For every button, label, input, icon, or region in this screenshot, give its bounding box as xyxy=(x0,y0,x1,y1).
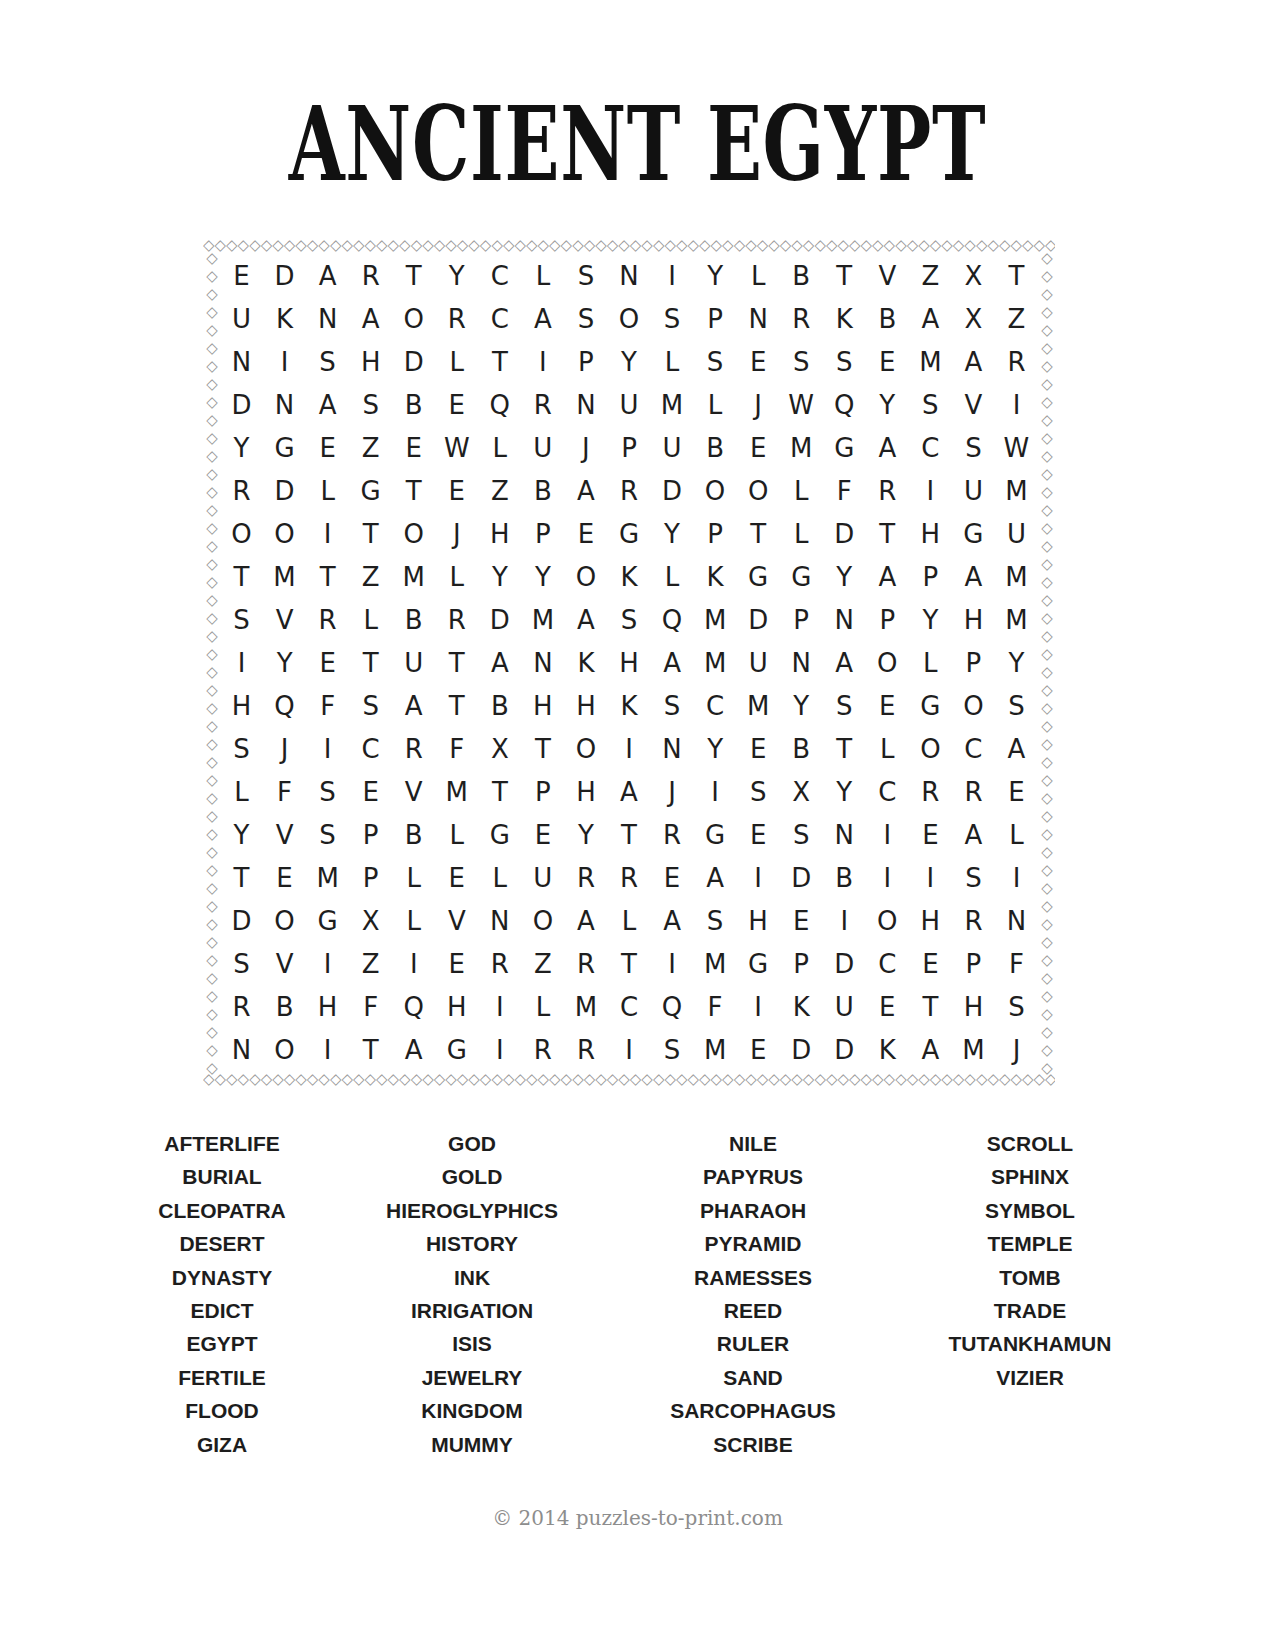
grid-cell[interactable]: Z xyxy=(995,297,1038,340)
grid-cell[interactable]: M xyxy=(737,684,780,727)
grid-cell[interactable]: S xyxy=(694,340,737,383)
grid-cell[interactable]: L xyxy=(995,813,1038,856)
grid-cell[interactable]: D xyxy=(823,1028,866,1071)
grid-cell[interactable]: S xyxy=(220,942,263,985)
grid-cell[interactable]: R xyxy=(478,942,521,985)
grid-cell[interactable]: S xyxy=(349,684,392,727)
grid-cell[interactable]: A xyxy=(607,770,650,813)
grid-cell[interactable]: X xyxy=(349,899,392,942)
grid-cell[interactable]: N xyxy=(478,899,521,942)
grid-cell[interactable]: X xyxy=(952,254,995,297)
grid-cell[interactable]: E xyxy=(737,813,780,856)
grid-cell[interactable]: A xyxy=(909,297,952,340)
grid-cell[interactable]: L xyxy=(909,641,952,684)
grid-cell[interactable]: A xyxy=(952,340,995,383)
grid-cell[interactable]: U xyxy=(823,985,866,1028)
grid-cell[interactable]: I xyxy=(263,340,306,383)
grid-cell[interactable]: R xyxy=(909,770,952,813)
grid-cell[interactable]: S xyxy=(220,598,263,641)
grid-cell[interactable]: S xyxy=(823,340,866,383)
grid-cell[interactable]: M xyxy=(694,942,737,985)
grid-cell[interactable]: V xyxy=(263,942,306,985)
grid-cell[interactable]: A xyxy=(866,426,909,469)
grid-cell[interactable]: S xyxy=(306,340,349,383)
grid-cell[interactable]: M xyxy=(909,340,952,383)
grid-cell[interactable]: G xyxy=(694,813,737,856)
grid-cell[interactable]: A xyxy=(952,813,995,856)
grid-cell[interactable]: S xyxy=(306,813,349,856)
grid-cell[interactable]: C xyxy=(694,684,737,727)
grid-cell[interactable]: L xyxy=(780,469,823,512)
grid-cell[interactable]: M xyxy=(651,383,694,426)
grid-cell[interactable]: F xyxy=(349,985,392,1028)
grid-cell[interactable]: O xyxy=(564,727,607,770)
grid-cell[interactable]: R xyxy=(306,598,349,641)
grid-cell[interactable]: T xyxy=(823,254,866,297)
grid-cell[interactable]: J xyxy=(263,727,306,770)
grid-cell[interactable]: X xyxy=(780,770,823,813)
grid-cell[interactable]: S xyxy=(737,770,780,813)
grid-cell[interactable]: N xyxy=(651,727,694,770)
grid-cell[interactable]: N xyxy=(306,297,349,340)
grid-cell[interactable]: Z xyxy=(909,254,952,297)
grid-cell[interactable]: D xyxy=(392,340,435,383)
grid-cell[interactable]: D xyxy=(651,469,694,512)
grid-cell[interactable]: I xyxy=(694,770,737,813)
grid-cell[interactable]: A xyxy=(651,641,694,684)
grid-cell[interactable]: G xyxy=(478,813,521,856)
grid-cell[interactable]: G xyxy=(607,512,650,555)
grid-cell[interactable]: T xyxy=(220,856,263,899)
grid-cell[interactable]: X xyxy=(952,297,995,340)
grid-cell[interactable]: D xyxy=(780,856,823,899)
grid-cell[interactable]: M xyxy=(694,1028,737,1071)
grid-cell[interactable]: D xyxy=(263,254,306,297)
grid-cell[interactable]: I xyxy=(306,1028,349,1071)
grid-cell[interactable]: I xyxy=(478,1028,521,1071)
grid-cell[interactable]: Y xyxy=(521,555,564,598)
grid-cell[interactable]: V xyxy=(392,770,435,813)
grid-cell[interactable]: R xyxy=(220,469,263,512)
grid-cell[interactable]: M xyxy=(995,555,1038,598)
grid-cell[interactable]: K xyxy=(263,297,306,340)
grid-cell[interactable]: J xyxy=(435,512,478,555)
grid-cell[interactable]: P xyxy=(694,512,737,555)
grid-cell[interactable]: O xyxy=(392,512,435,555)
grid-cell[interactable]: E xyxy=(737,426,780,469)
grid-cell[interactable]: Y xyxy=(564,813,607,856)
grid-cell[interactable]: R xyxy=(435,297,478,340)
grid-cell[interactable]: T xyxy=(866,512,909,555)
grid-cell[interactable]: Q xyxy=(651,985,694,1028)
grid-cell[interactable]: I xyxy=(995,856,1038,899)
grid-cell[interactable]: U xyxy=(521,426,564,469)
grid-cell[interactable]: S xyxy=(651,684,694,727)
grid-cell[interactable]: R xyxy=(435,598,478,641)
grid-cell[interactable]: G xyxy=(435,1028,478,1071)
grid-cell[interactable]: B xyxy=(392,383,435,426)
grid-cell[interactable]: P xyxy=(607,426,650,469)
grid-cell[interactable]: R xyxy=(651,813,694,856)
grid-cell[interactable]: G xyxy=(823,426,866,469)
grid-cell[interactable]: O xyxy=(909,727,952,770)
grid-cell[interactable]: H xyxy=(909,899,952,942)
grid-cell[interactable]: R xyxy=(607,469,650,512)
grid-cell[interactable]: P xyxy=(564,340,607,383)
grid-cell[interactable]: S xyxy=(306,770,349,813)
grid-cell[interactable]: R xyxy=(349,254,392,297)
grid-cell[interactable]: S xyxy=(823,684,866,727)
grid-cell[interactable]: E xyxy=(866,340,909,383)
grid-cell[interactable]: L xyxy=(435,813,478,856)
grid-cell[interactable]: H xyxy=(435,985,478,1028)
grid-cell[interactable]: F xyxy=(263,770,306,813)
grid-cell[interactable]: E xyxy=(780,899,823,942)
grid-cell[interactable]: R xyxy=(392,727,435,770)
grid-cell[interactable]: R xyxy=(564,1028,607,1071)
grid-cell[interactable]: G xyxy=(909,684,952,727)
grid-cell[interactable]: E xyxy=(392,426,435,469)
grid-cell[interactable]: N xyxy=(823,813,866,856)
grid-cell[interactable]: S xyxy=(607,598,650,641)
grid-cell[interactable]: A xyxy=(392,684,435,727)
grid-cell[interactable]: A xyxy=(306,383,349,426)
grid-cell[interactable]: I xyxy=(306,942,349,985)
grid-cell[interactable]: S xyxy=(995,985,1038,1028)
grid-cell[interactable]: G xyxy=(263,426,306,469)
grid-cell[interactable]: U xyxy=(651,426,694,469)
grid-cell[interactable]: R xyxy=(220,985,263,1028)
grid-cell[interactable]: L xyxy=(478,426,521,469)
grid-cell[interactable]: E xyxy=(909,813,952,856)
grid-cell[interactable]: P xyxy=(952,641,995,684)
grid-cell[interactable]: S xyxy=(952,856,995,899)
grid-cell[interactable]: I xyxy=(478,985,521,1028)
grid-cell[interactable]: A xyxy=(349,297,392,340)
grid-cell[interactable]: R xyxy=(564,942,607,985)
grid-cell[interactable]: Y xyxy=(780,684,823,727)
grid-cell[interactable]: F xyxy=(995,942,1038,985)
grid-cell[interactable]: O xyxy=(694,469,737,512)
grid-cell[interactable]: L xyxy=(607,899,650,942)
grid-cell[interactable]: T xyxy=(607,942,650,985)
grid-cell[interactable]: P xyxy=(780,598,823,641)
grid-cell[interactable]: T xyxy=(737,512,780,555)
grid-cell[interactable]: I xyxy=(651,254,694,297)
grid-cell[interactable]: N xyxy=(995,899,1038,942)
grid-cell[interactable]: I xyxy=(737,856,780,899)
grid-cell[interactable]: L xyxy=(737,254,780,297)
grid-cell[interactable]: X xyxy=(478,727,521,770)
grid-cell[interactable]: U xyxy=(392,641,435,684)
grid-cell[interactable]: N xyxy=(220,1028,263,1071)
grid-cell[interactable]: A xyxy=(694,856,737,899)
grid-cell[interactable]: I xyxy=(823,899,866,942)
grid-cell[interactable]: P xyxy=(349,856,392,899)
grid-cell[interactable]: D xyxy=(823,942,866,985)
grid-cell[interactable]: Y xyxy=(220,426,263,469)
grid-cell[interactable]: O xyxy=(866,641,909,684)
grid-cell[interactable]: E xyxy=(306,641,349,684)
grid-cell[interactable]: H xyxy=(478,512,521,555)
grid-cell[interactable]: D xyxy=(263,469,306,512)
grid-cell[interactable]: O xyxy=(564,555,607,598)
grid-cell[interactable]: F xyxy=(435,727,478,770)
grid-cell[interactable]: R xyxy=(995,340,1038,383)
grid-cell[interactable]: U xyxy=(607,383,650,426)
grid-cell[interactable]: O xyxy=(607,297,650,340)
grid-cell[interactable]: A xyxy=(952,555,995,598)
grid-cell[interactable]: J xyxy=(564,426,607,469)
grid-cell[interactable]: V xyxy=(263,598,306,641)
grid-cell[interactable]: A xyxy=(909,1028,952,1071)
grid-cell[interactable]: A xyxy=(306,254,349,297)
grid-cell[interactable]: E xyxy=(435,942,478,985)
grid-cell[interactable]: M xyxy=(392,555,435,598)
grid-cell[interactable]: S xyxy=(995,684,1038,727)
grid-cell[interactable]: U xyxy=(952,469,995,512)
grid-cell[interactable]: L xyxy=(220,770,263,813)
grid-cell[interactable]: G xyxy=(306,899,349,942)
grid-cell[interactable]: N xyxy=(737,297,780,340)
grid-cell[interactable]: M xyxy=(263,555,306,598)
grid-cell[interactable]: E xyxy=(220,254,263,297)
grid-cell[interactable]: Z xyxy=(349,426,392,469)
grid-cell[interactable]: V xyxy=(866,254,909,297)
grid-cell[interactable]: U xyxy=(521,856,564,899)
grid-cell[interactable]: L xyxy=(694,383,737,426)
grid-cell[interactable]: C xyxy=(478,297,521,340)
grid-cell[interactable]: D xyxy=(478,598,521,641)
grid-cell[interactable]: C xyxy=(607,985,650,1028)
grid-cell[interactable]: T xyxy=(349,1028,392,1071)
grid-cell[interactable]: P xyxy=(866,598,909,641)
grid-cell[interactable]: I xyxy=(521,340,564,383)
grid-cell[interactable]: H xyxy=(521,684,564,727)
grid-cell[interactable]: I xyxy=(909,856,952,899)
grid-cell[interactable]: I xyxy=(866,813,909,856)
grid-cell[interactable]: C xyxy=(909,426,952,469)
grid-cell[interactable]: D xyxy=(220,383,263,426)
grid-cell[interactable]: K xyxy=(607,684,650,727)
grid-cell[interactable]: F xyxy=(823,469,866,512)
grid-cell[interactable]: E xyxy=(564,512,607,555)
grid-cell[interactable]: P xyxy=(521,770,564,813)
grid-cell[interactable]: I xyxy=(995,383,1038,426)
grid-cell[interactable]: I xyxy=(866,856,909,899)
grid-cell[interactable]: H xyxy=(909,512,952,555)
grid-cell[interactable]: G xyxy=(737,555,780,598)
grid-cell[interactable]: D xyxy=(780,1028,823,1071)
grid-cell[interactable]: D xyxy=(823,512,866,555)
grid-cell[interactable]: L xyxy=(392,899,435,942)
grid-cell[interactable]: G xyxy=(952,512,995,555)
grid-cell[interactable]: E xyxy=(435,856,478,899)
grid-cell[interactable]: J xyxy=(737,383,780,426)
grid-cell[interactable]: H xyxy=(564,684,607,727)
grid-cell[interactable]: T xyxy=(521,727,564,770)
grid-cell[interactable]: Y xyxy=(823,770,866,813)
grid-cell[interactable]: U xyxy=(995,512,1038,555)
grid-cell[interactable]: C xyxy=(866,770,909,813)
grid-cell[interactable]: M xyxy=(995,598,1038,641)
grid-cell[interactable]: E xyxy=(737,340,780,383)
grid-cell[interactable]: T xyxy=(995,254,1038,297)
grid-cell[interactable]: O xyxy=(737,469,780,512)
grid-cell[interactable]: N xyxy=(780,641,823,684)
grid-cell[interactable]: H xyxy=(349,340,392,383)
grid-cell[interactable]: G xyxy=(737,942,780,985)
grid-cell[interactable]: M xyxy=(694,641,737,684)
grid-cell[interactable]: S xyxy=(909,383,952,426)
grid-cell[interactable]: O xyxy=(521,899,564,942)
grid-cell[interactable]: V xyxy=(952,383,995,426)
grid-cell[interactable]: Y xyxy=(909,598,952,641)
grid-cell[interactable]: S xyxy=(564,297,607,340)
grid-cell[interactable]: B xyxy=(392,598,435,641)
grid-cell[interactable]: L xyxy=(435,555,478,598)
grid-cell[interactable]: H xyxy=(306,985,349,1028)
grid-cell[interactable]: L xyxy=(866,727,909,770)
grid-cell[interactable]: Y xyxy=(435,254,478,297)
grid-cell[interactable]: I xyxy=(607,727,650,770)
grid-cell[interactable]: A xyxy=(392,1028,435,1071)
grid-cell[interactable]: Z xyxy=(349,555,392,598)
grid-cell[interactable]: T xyxy=(392,254,435,297)
grid-cell[interactable]: B xyxy=(263,985,306,1028)
grid-cell[interactable]: T xyxy=(392,469,435,512)
grid-cell[interactable]: I xyxy=(392,942,435,985)
grid-cell[interactable]: Z xyxy=(349,942,392,985)
grid-cell[interactable]: U xyxy=(737,641,780,684)
grid-cell[interactable]: Y xyxy=(694,727,737,770)
grid-cell[interactable]: B xyxy=(866,297,909,340)
grid-cell[interactable]: T xyxy=(478,340,521,383)
grid-cell[interactable]: R xyxy=(866,469,909,512)
grid-cell[interactable]: D xyxy=(220,899,263,942)
grid-cell[interactable]: J xyxy=(995,1028,1038,1071)
grid-cell[interactable]: S xyxy=(220,727,263,770)
grid-cell[interactable]: L xyxy=(780,512,823,555)
grid-cell[interactable]: R xyxy=(952,770,995,813)
grid-cell[interactable]: S xyxy=(349,383,392,426)
grid-cell[interactable]: B xyxy=(780,254,823,297)
grid-cell[interactable]: T xyxy=(220,555,263,598)
grid-cell[interactable]: E xyxy=(435,383,478,426)
grid-cell[interactable]: B xyxy=(392,813,435,856)
grid-cell[interactable]: T xyxy=(349,512,392,555)
grid-cell[interactable]: P xyxy=(780,942,823,985)
grid-cell[interactable]: Y xyxy=(823,555,866,598)
grid-cell[interactable]: C xyxy=(866,942,909,985)
grid-cell[interactable]: R xyxy=(521,383,564,426)
grid-cell[interactable]: S xyxy=(564,254,607,297)
grid-cell[interactable]: A xyxy=(478,641,521,684)
grid-cell[interactable]: A xyxy=(866,555,909,598)
grid-cell[interactable]: Y xyxy=(607,340,650,383)
grid-cell[interactable]: B xyxy=(780,727,823,770)
grid-cell[interactable]: O xyxy=(263,899,306,942)
grid-cell[interactable]: R xyxy=(952,899,995,942)
grid-cell[interactable]: E xyxy=(737,1028,780,1071)
grid-cell[interactable]: C xyxy=(478,254,521,297)
grid-cell[interactable]: W xyxy=(780,383,823,426)
grid-cell[interactable]: Y xyxy=(478,555,521,598)
grid-cell[interactable]: N xyxy=(607,254,650,297)
grid-cell[interactable]: N xyxy=(220,340,263,383)
grid-cell[interactable]: I xyxy=(220,641,263,684)
grid-cell[interactable]: O xyxy=(866,899,909,942)
grid-cell[interactable]: T xyxy=(435,684,478,727)
grid-cell[interactable]: H xyxy=(952,598,995,641)
grid-cell[interactable]: M xyxy=(952,1028,995,1071)
grid-cell[interactable]: I xyxy=(306,512,349,555)
grid-cell[interactable]: B xyxy=(694,426,737,469)
grid-cell[interactable]: F xyxy=(694,985,737,1028)
grid-cell[interactable]: L xyxy=(521,985,564,1028)
grid-cell[interactable]: L xyxy=(521,254,564,297)
grid-cell[interactable]: E xyxy=(866,684,909,727)
grid-cell[interactable]: T xyxy=(435,641,478,684)
grid-cell[interactable]: V xyxy=(435,899,478,942)
grid-cell[interactable]: P xyxy=(909,555,952,598)
grid-cell[interactable]: A xyxy=(521,297,564,340)
grid-cell[interactable]: L xyxy=(651,340,694,383)
grid-cell[interactable]: U xyxy=(220,297,263,340)
grid-cell[interactable]: F xyxy=(306,684,349,727)
grid-cell[interactable]: E xyxy=(521,813,564,856)
grid-cell[interactable]: K xyxy=(607,555,650,598)
grid-cell[interactable]: M xyxy=(306,856,349,899)
grid-cell[interactable]: T xyxy=(349,641,392,684)
grid-cell[interactable]: I xyxy=(651,942,694,985)
grid-cell[interactable]: B xyxy=(478,684,521,727)
grid-cell[interactable]: Y xyxy=(220,813,263,856)
grid-cell[interactable]: K xyxy=(823,297,866,340)
grid-cell[interactable]: Y xyxy=(995,641,1038,684)
grid-cell[interactable]: I xyxy=(607,1028,650,1071)
grid-cell[interactable]: G xyxy=(780,555,823,598)
grid-cell[interactable]: T xyxy=(823,727,866,770)
grid-cell[interactable]: T xyxy=(909,985,952,1028)
grid-cell[interactable]: S xyxy=(780,340,823,383)
grid-cell[interactable]: E xyxy=(651,856,694,899)
grid-cell[interactable]: A xyxy=(564,899,607,942)
grid-cell[interactable]: B xyxy=(521,469,564,512)
grid-cell[interactable]: K xyxy=(780,985,823,1028)
grid-cell[interactable]: E xyxy=(737,727,780,770)
grid-cell[interactable]: K xyxy=(694,555,737,598)
grid-cell[interactable]: C xyxy=(349,727,392,770)
grid-cell[interactable]: L xyxy=(435,340,478,383)
grid-cell[interactable]: N xyxy=(564,383,607,426)
grid-cell[interactable]: L xyxy=(349,598,392,641)
grid-cell[interactable]: P xyxy=(952,942,995,985)
grid-cell[interactable]: Q xyxy=(651,598,694,641)
grid-cell[interactable]: R xyxy=(521,1028,564,1071)
grid-cell[interactable]: S xyxy=(780,813,823,856)
grid-cell[interactable]: A xyxy=(564,469,607,512)
grid-cell[interactable]: L xyxy=(306,469,349,512)
grid-cell[interactable]: Q xyxy=(392,985,435,1028)
grid-cell[interactable]: I xyxy=(306,727,349,770)
grid-cell[interactable]: P xyxy=(521,512,564,555)
grid-cell[interactable]: H xyxy=(607,641,650,684)
grid-cell[interactable]: L xyxy=(478,856,521,899)
grid-cell[interactable]: A xyxy=(823,641,866,684)
grid-cell[interactable]: T xyxy=(607,813,650,856)
grid-cell[interactable]: R xyxy=(564,856,607,899)
